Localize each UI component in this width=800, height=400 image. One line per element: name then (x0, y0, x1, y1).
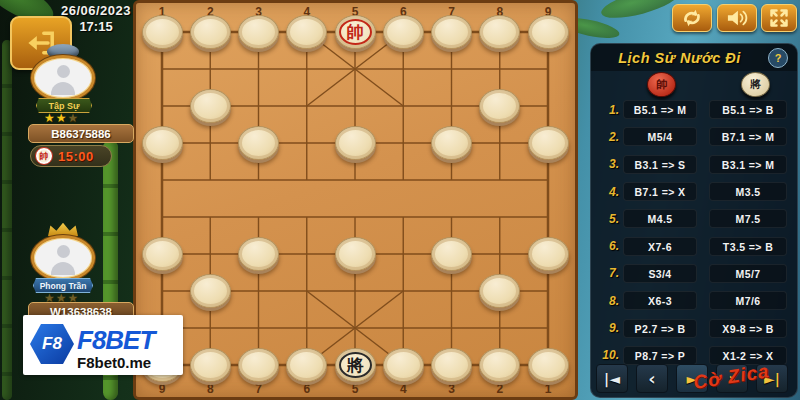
move-number: 6. (591, 239, 619, 253)
hidden-piece[interactable] (479, 89, 520, 123)
hidden-piece[interactable] (142, 237, 183, 271)
hidden-piece[interactable] (528, 348, 569, 382)
fullscreen-button[interactable] (761, 4, 797, 32)
move-number: 5. (591, 212, 619, 226)
move-number: 4. (591, 185, 619, 199)
brand-logo-text: F8BET (77, 325, 154, 356)
player2-avatar[interactable] (31, 235, 95, 281)
avatar-silhouette (51, 82, 75, 95)
avatar-silhouette (57, 65, 70, 78)
red-move: B5.1 => M (623, 100, 697, 119)
fullscreen-icon (769, 8, 789, 28)
black-column-icon: 將 (741, 72, 770, 97)
sound-button[interactable] (717, 4, 757, 32)
red-move: B7.1 => X (623, 182, 697, 201)
player2-rank-label: Phong Trần (40, 281, 87, 291)
hidden-piece[interactable] (142, 126, 183, 160)
hidden-piece[interactable] (431, 15, 472, 49)
black-move: M5/7 (709, 264, 787, 283)
bamboo-leaf (599, 0, 682, 24)
hidden-piece[interactable] (383, 348, 424, 382)
move-history-row[interactable]: 4. B7.1 => X M3.5 (591, 178, 797, 205)
black-move: M3.5 (709, 182, 787, 201)
player1-avatar[interactable] (31, 55, 95, 101)
xiangqi-board[interactable]: 123456789 987654321 帥將 (133, 0, 578, 400)
black-move: M7/6 (709, 291, 787, 310)
board-col-label: 5 (345, 382, 365, 396)
black-move: T3.5 => B (709, 237, 787, 256)
hidden-piece[interactable] (431, 126, 472, 160)
avatar-silhouette (57, 245, 70, 258)
hidden-piece[interactable] (479, 348, 520, 382)
move-history-row[interactable]: 7. S3/4 M5/7 (591, 260, 797, 287)
red-move: M4.5 (623, 209, 697, 228)
brand-site-url: F8bet0.me (77, 354, 151, 371)
board-col-label: 3 (442, 382, 462, 396)
hidden-piece[interactable] (142, 15, 183, 49)
match-date: 26/06/2023 (50, 3, 142, 18)
star-icon: ★ (68, 112, 79, 124)
board-col-label: 4 (393, 382, 413, 396)
move-number: 8. (591, 294, 619, 308)
black-move: B7.1 => M (709, 127, 787, 146)
move-history-panel: Lịch Sử Nước Đi ? 帥 將 1. B5.1 => M B5.1 … (590, 43, 798, 398)
hidden-piece[interactable] (190, 348, 231, 382)
board-grid (136, 3, 575, 397)
match-time: 17:15 (50, 19, 142, 34)
hidden-piece[interactable] (528, 237, 569, 271)
red-move: P8.7 => P (623, 346, 697, 365)
star-icon: ★ (56, 112, 67, 124)
hidden-piece[interactable] (431, 348, 472, 382)
move-number: 7. (591, 266, 619, 280)
player1-id-text: B86375886 (51, 128, 110, 140)
player1-stars: ★★★ (44, 112, 78, 124)
game-screen: 123456789 987654321 帥將 26/06/2023 17:15 … (0, 0, 800, 400)
black-move: B3.1 => M (709, 155, 787, 174)
hidden-piece[interactable] (335, 237, 376, 271)
red-column-icon: 帥 (647, 72, 676, 97)
red-general-timer-icon: 帥 (35, 147, 53, 165)
hidden-piece[interactable] (238, 15, 279, 49)
red-move: P2.7 => B (623, 319, 697, 338)
board-col-label: 8 (200, 382, 220, 396)
move-history-header: Lịch Sử Nước Đi ? (591, 44, 797, 71)
hidden-piece[interactable] (383, 15, 424, 49)
hidden-piece[interactable] (286, 348, 327, 382)
match-datetime: 26/06/2023 17:15 (50, 3, 142, 34)
move-history-title: Lịch Sử Nước Đi (591, 50, 768, 66)
hidden-piece[interactable] (190, 89, 231, 123)
black-move: B5.1 => B (709, 100, 787, 119)
hidden-piece[interactable] (238, 126, 279, 160)
brand-hexagon-logo: F8 (30, 324, 74, 364)
black-move: M7.5 (709, 209, 787, 228)
hidden-piece[interactable] (528, 126, 569, 160)
player1-timer-value: 15:00 (58, 149, 94, 164)
player1-id: B86375886 (28, 124, 134, 143)
red-general-piece[interactable]: 帥 (335, 15, 376, 49)
move-history-row[interactable]: 6. X7-6 T3.5 => B (591, 232, 797, 259)
red-move: X7-6 (623, 237, 697, 256)
bamboo-stalk (2, 40, 12, 400)
black-general-piece[interactable]: 將 (335, 348, 376, 382)
move-history-rows: 1. B5.1 => M B5.1 => B 2. M5/4 B7.1 => M… (591, 96, 797, 369)
move-history-row[interactable]: 1. B5.1 => M B5.1 => B (591, 96, 797, 123)
move-history-row[interactable]: 2. M5/4 B7.1 => M (591, 123, 797, 150)
player1-timer: 帥 15:00 (30, 145, 112, 167)
red-move: X6-3 (623, 291, 697, 310)
move-history-row[interactable]: 5. M4.5 M7.5 (591, 205, 797, 232)
avatar-silhouette (51, 262, 75, 275)
red-move: M5/4 (623, 127, 697, 146)
hidden-piece[interactable] (286, 15, 327, 49)
hidden-piece[interactable] (335, 126, 376, 160)
brand-logo-short: F8 (42, 334, 62, 354)
move-history-row[interactable]: 8. X6-3 M7/6 (591, 287, 797, 314)
red-move: S3/4 (623, 264, 697, 283)
hidden-piece[interactable] (479, 274, 520, 308)
hidden-piece[interactable] (190, 274, 231, 308)
hidden-piece[interactable] (479, 15, 520, 49)
move-number: 10. (591, 348, 619, 362)
speaker-icon (726, 8, 748, 28)
brand-watermark: F8 F8BET F8bet0.me (23, 315, 183, 375)
hidden-piece[interactable] (238, 237, 279, 271)
black-move: X9-8 => B (709, 319, 787, 338)
move-number: 9. (591, 321, 619, 335)
avatar-crown-ornament (48, 222, 78, 236)
move-history-row[interactable]: 9. P2.7 => B X9-8 => B (591, 314, 797, 341)
star-icon: ★ (44, 112, 55, 124)
help-button[interactable]: ? (768, 48, 788, 68)
board-col-label: 6 (297, 382, 317, 396)
previous-move-button[interactable]: ‹ (636, 364, 668, 393)
board-col-label: 1 (538, 382, 558, 396)
hidden-piece[interactable] (528, 15, 569, 49)
hidden-piece[interactable] (190, 15, 231, 49)
first-move-button[interactable]: |◄ (596, 364, 628, 393)
hidden-piece[interactable] (431, 237, 472, 271)
board-col-label: 7 (249, 382, 269, 396)
rotate-board-button[interactable] (672, 4, 712, 32)
black-move: X1-2 => X (709, 346, 787, 365)
hidden-piece[interactable] (238, 348, 279, 382)
move-number: 1. (591, 103, 619, 117)
rotate-icon (681, 8, 703, 28)
move-number: 2. (591, 130, 619, 144)
board-col-label: 2 (490, 382, 510, 396)
board-col-label: 9 (152, 382, 172, 396)
move-number: 3. (591, 157, 619, 171)
move-history-row[interactable]: 3. B3.1 => S B3.1 => M (591, 151, 797, 178)
player1-rank-label: Tập Sự (48, 101, 79, 111)
red-move: B3.1 => S (623, 155, 697, 174)
